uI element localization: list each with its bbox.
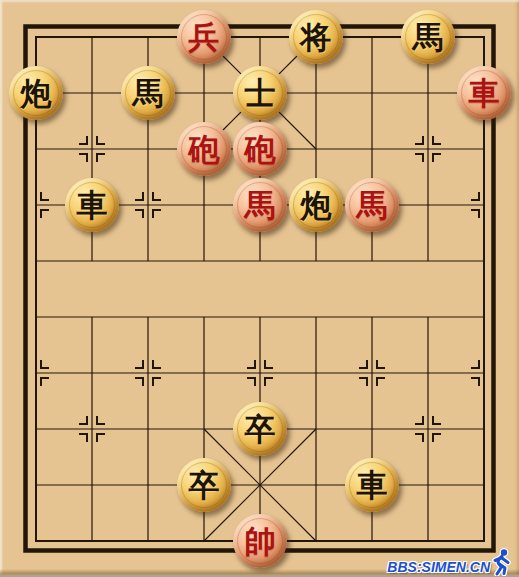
piece-red-horse[interactable]: 馬 bbox=[233, 178, 287, 232]
watermark: BBS:SIMEN.CN bbox=[387, 548, 511, 575]
piece-black-advisor[interactable]: 士 bbox=[233, 66, 287, 120]
piece-black-soldier[interactable]: 卒 bbox=[177, 458, 231, 512]
piece-black-cannon[interactable]: 炮 bbox=[289, 178, 343, 232]
piece-black-general[interactable]: 将 bbox=[289, 10, 343, 64]
piece-black-horse[interactable]: 馬 bbox=[401, 10, 455, 64]
piece-black-chariot[interactable]: 車 bbox=[345, 458, 399, 512]
piece-red-soldier[interactable]: 兵 bbox=[177, 10, 231, 64]
piece-red-general[interactable]: 帥 bbox=[233, 514, 287, 568]
piece-black-chariot[interactable]: 車 bbox=[65, 178, 119, 232]
pieces-layer: 兵将馬炮馬士車砲砲車馬炮馬卒卒車帥 bbox=[0, 0, 519, 577]
xiangqi-board[interactable]: 兵将馬炮馬士車砲砲車馬炮馬卒卒車帥 BBS:SIMEN.CN bbox=[0, 0, 519, 577]
piece-red-horse[interactable]: 馬 bbox=[345, 178, 399, 232]
piece-black-soldier[interactable]: 卒 bbox=[233, 402, 287, 456]
runner-icon bbox=[487, 548, 511, 576]
piece-black-horse[interactable]: 馬 bbox=[121, 66, 175, 120]
piece-red-cannon[interactable]: 砲 bbox=[233, 122, 287, 176]
piece-black-cannon[interactable]: 炮 bbox=[9, 66, 63, 120]
watermark-text: BBS:SIMEN.CN bbox=[387, 559, 490, 575]
piece-red-chariot[interactable]: 車 bbox=[457, 66, 511, 120]
piece-red-cannon[interactable]: 砲 bbox=[177, 122, 231, 176]
